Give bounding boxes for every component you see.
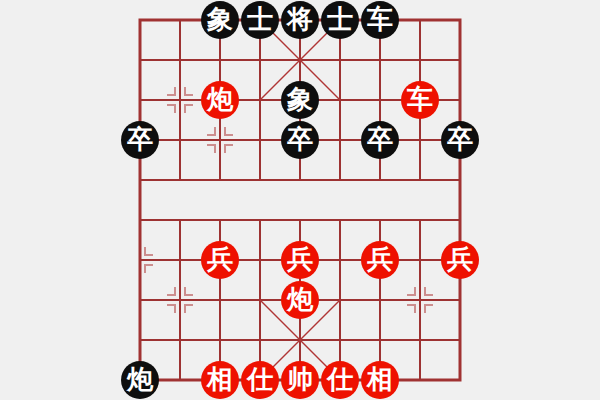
piece-red-pawn[interactable]: 兵 xyxy=(201,241,239,279)
piece-black-advisor[interactable]: 士 xyxy=(241,1,279,39)
piece-red-cannon[interactable]: 炮 xyxy=(201,81,239,119)
xiangqi-board[interactable]: 象士将士车炮象车卒卒卒卒兵兵兵兵炮炮相仕帅仕相 xyxy=(120,0,480,400)
piece-grid: 象士将士车炮象车卒卒卒卒兵兵兵兵炮炮相仕帅仕相 xyxy=(120,0,480,400)
piece-red-general[interactable]: 帅 xyxy=(281,361,319,399)
piece-red-elephant[interactable]: 相 xyxy=(361,361,399,399)
piece-red-chariot[interactable]: 车 xyxy=(401,81,439,119)
piece-red-advisor[interactable]: 仕 xyxy=(241,361,279,399)
piece-red-pawn[interactable]: 兵 xyxy=(441,241,479,279)
piece-black-general[interactable]: 将 xyxy=(281,1,319,39)
piece-black-pawn[interactable]: 卒 xyxy=(281,121,319,159)
piece-black-elephant[interactable]: 象 xyxy=(281,81,319,119)
piece-red-pawn[interactable]: 兵 xyxy=(361,241,399,279)
piece-red-cannon[interactable]: 炮 xyxy=(281,281,319,319)
piece-black-pawn[interactable]: 卒 xyxy=(441,121,479,159)
piece-red-elephant[interactable]: 相 xyxy=(201,361,239,399)
piece-black-pawn[interactable]: 卒 xyxy=(361,121,399,159)
piece-red-pawn[interactable]: 兵 xyxy=(281,241,319,279)
piece-red-advisor[interactable]: 仕 xyxy=(321,361,359,399)
xiangqi-app: 象士将士车炮象车卒卒卒卒兵兵兵兵炮炮相仕帅仕相 xyxy=(0,0,600,400)
piece-black-pawn[interactable]: 卒 xyxy=(121,121,159,159)
piece-black-advisor[interactable]: 士 xyxy=(321,1,359,39)
piece-black-chariot[interactable]: 车 xyxy=(361,1,399,39)
piece-black-cannon[interactable]: 炮 xyxy=(121,361,159,399)
piece-black-elephant[interactable]: 象 xyxy=(201,1,239,39)
